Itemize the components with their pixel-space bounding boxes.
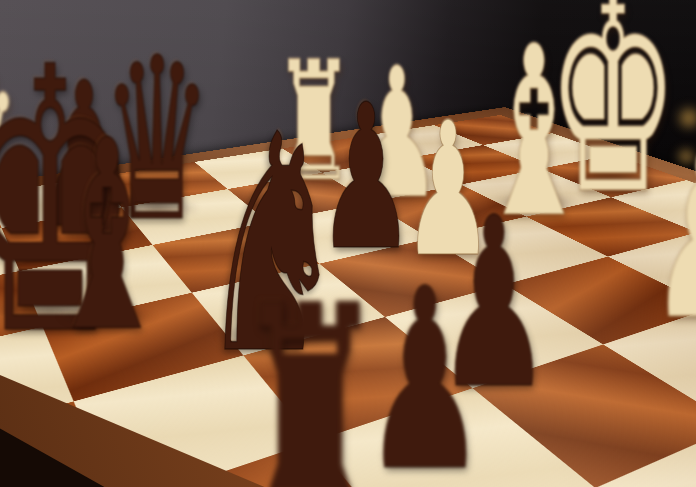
chess-photo-scene: ♛♚♟♝♛♞♜♟♟♟♝♚♟♟♜♟: [0, 0, 696, 487]
light-pawn-glyph: ♟: [649, 122, 696, 352]
dark-bishop-glyph: ♝: [42, 106, 171, 368]
dark-rook-glyph: ♜: [231, 264, 389, 487]
